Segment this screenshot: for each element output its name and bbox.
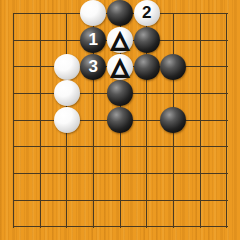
board-point[interactable] [187, 160, 214, 187]
board-point[interactable] [107, 213, 134, 240]
black-stone [134, 27, 160, 53]
board-point[interactable] [107, 187, 134, 214]
white-stone: △ [107, 27, 133, 53]
black-stone [107, 107, 133, 133]
black-stone [107, 80, 133, 106]
occupied-point [53, 107, 80, 134]
black-stone [160, 54, 186, 80]
board-point[interactable] [53, 27, 80, 54]
board-point[interactable] [80, 107, 107, 134]
board-point[interactable] [0, 160, 27, 187]
black-stone: 3 [80, 54, 106, 80]
board-point[interactable] [213, 80, 240, 107]
triangle-mark-icon: △ [112, 53, 129, 79]
board-point[interactable] [187, 107, 214, 134]
board-point[interactable] [187, 133, 214, 160]
board-point[interactable] [160, 80, 187, 107]
board-point[interactable] [133, 133, 160, 160]
occupied-point [107, 80, 134, 107]
white-stone [54, 54, 80, 80]
board-point[interactable] [0, 213, 27, 240]
board-point[interactable] [107, 160, 134, 187]
occupied-point [80, 0, 107, 27]
board-point[interactable] [27, 80, 54, 107]
board-point[interactable] [53, 187, 80, 214]
board-point[interactable] [187, 27, 214, 54]
board-point[interactable] [213, 160, 240, 187]
board-point[interactable] [80, 133, 107, 160]
move-number-label: 3 [89, 54, 98, 80]
black-stone [107, 0, 133, 26]
board-point[interactable] [160, 0, 187, 27]
board-point[interactable] [0, 80, 27, 107]
board-point[interactable] [187, 0, 214, 27]
board-point[interactable] [80, 160, 107, 187]
occupied-point: 2 [133, 0, 160, 27]
board-point[interactable] [160, 27, 187, 54]
board-point[interactable] [27, 133, 54, 160]
occupied-point [107, 0, 134, 27]
board-point[interactable] [187, 80, 214, 107]
move-number-label: 1 [89, 27, 98, 53]
board-point[interactable] [0, 187, 27, 214]
board-point[interactable] [0, 53, 27, 80]
board-point[interactable] [0, 133, 27, 160]
black-stone [160, 107, 186, 133]
board-point[interactable] [27, 213, 54, 240]
board-point[interactable] [213, 53, 240, 80]
occupied-point [133, 53, 160, 80]
occupied-point [160, 53, 187, 80]
board-point[interactable] [133, 160, 160, 187]
go-board[interactable]: 21△3△ [0, 0, 240, 240]
occupied-point [53, 53, 80, 80]
board-point[interactable] [53, 133, 80, 160]
board-point[interactable] [133, 80, 160, 107]
board-point[interactable] [187, 187, 214, 214]
black-stone: 1 [80, 27, 106, 53]
black-stone [134, 54, 160, 80]
board-point[interactable] [53, 160, 80, 187]
board-point[interactable] [133, 187, 160, 214]
board-point[interactable] [27, 160, 54, 187]
board-point[interactable] [187, 53, 214, 80]
occupied-point [107, 107, 134, 134]
board-point[interactable] [0, 107, 27, 134]
board-point[interactable] [0, 0, 27, 27]
board-point[interactable] [27, 187, 54, 214]
board-point[interactable] [133, 213, 160, 240]
board-point[interactable] [80, 213, 107, 240]
board-point[interactable] [53, 213, 80, 240]
occupied-point [160, 107, 187, 134]
board-point[interactable] [187, 213, 214, 240]
board-points-grid: 21△3△ [0, 0, 240, 240]
white-stone: 2 [134, 0, 160, 26]
board-point[interactable] [213, 133, 240, 160]
board-point[interactable] [0, 27, 27, 54]
board-point[interactable] [213, 27, 240, 54]
triangle-mark-icon: △ [112, 26, 129, 52]
board-point[interactable] [80, 187, 107, 214]
occupied-point [133, 27, 160, 54]
board-point[interactable] [160, 213, 187, 240]
white-stone: △ [107, 54, 133, 80]
board-point[interactable] [213, 107, 240, 134]
board-point[interactable] [27, 0, 54, 27]
board-point[interactable] [80, 80, 107, 107]
board-point[interactable] [27, 107, 54, 134]
occupied-point: 3 [80, 53, 107, 80]
board-point[interactable] [133, 107, 160, 134]
board-point[interactable] [53, 0, 80, 27]
move-number-label: 2 [142, 0, 151, 26]
board-point[interactable] [160, 160, 187, 187]
occupied-point: △ [107, 53, 134, 80]
board-point[interactable] [27, 53, 54, 80]
board-point[interactable] [213, 213, 240, 240]
occupied-point: 1 [80, 27, 107, 54]
white-stone [54, 80, 80, 106]
white-stone [80, 0, 106, 26]
board-point[interactable] [107, 133, 134, 160]
board-point[interactable] [213, 187, 240, 214]
white-stone [54, 107, 80, 133]
board-point[interactable] [160, 187, 187, 214]
board-point[interactable] [27, 27, 54, 54]
occupied-point [53, 80, 80, 107]
board-point[interactable] [160, 133, 187, 160]
occupied-point: △ [107, 27, 134, 54]
board-point[interactable] [213, 0, 240, 27]
